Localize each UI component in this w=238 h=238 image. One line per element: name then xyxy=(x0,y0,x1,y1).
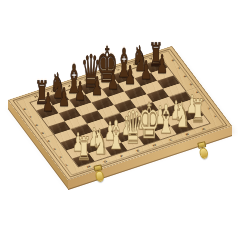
rank-label: 7 xyxy=(23,112,38,123)
rank-label: 3 xyxy=(196,95,211,106)
rank-label: 3 xyxy=(47,144,62,155)
rank-label: 1 xyxy=(208,111,223,122)
rank-label: 2 xyxy=(202,103,217,114)
chess-board: HGFEDCBA HGFEDCBA 87654321 87654321 xyxy=(8,46,232,180)
rank-label: 6 xyxy=(29,120,44,131)
rank-label: 8 xyxy=(166,55,181,66)
rank-label: 2 xyxy=(53,152,68,163)
rank-label: 1 xyxy=(59,160,74,171)
clasp-hook-icon xyxy=(198,147,208,160)
chess-set-photo: HGFEDCBA HGFEDCBA 87654321 87654321 ♜♞♝♛… xyxy=(0,0,238,238)
rank-label: 6 xyxy=(178,71,193,82)
rank-label: 7 xyxy=(172,63,187,74)
clasp-hook-icon xyxy=(94,170,104,182)
rank-label: 8 xyxy=(17,104,32,115)
